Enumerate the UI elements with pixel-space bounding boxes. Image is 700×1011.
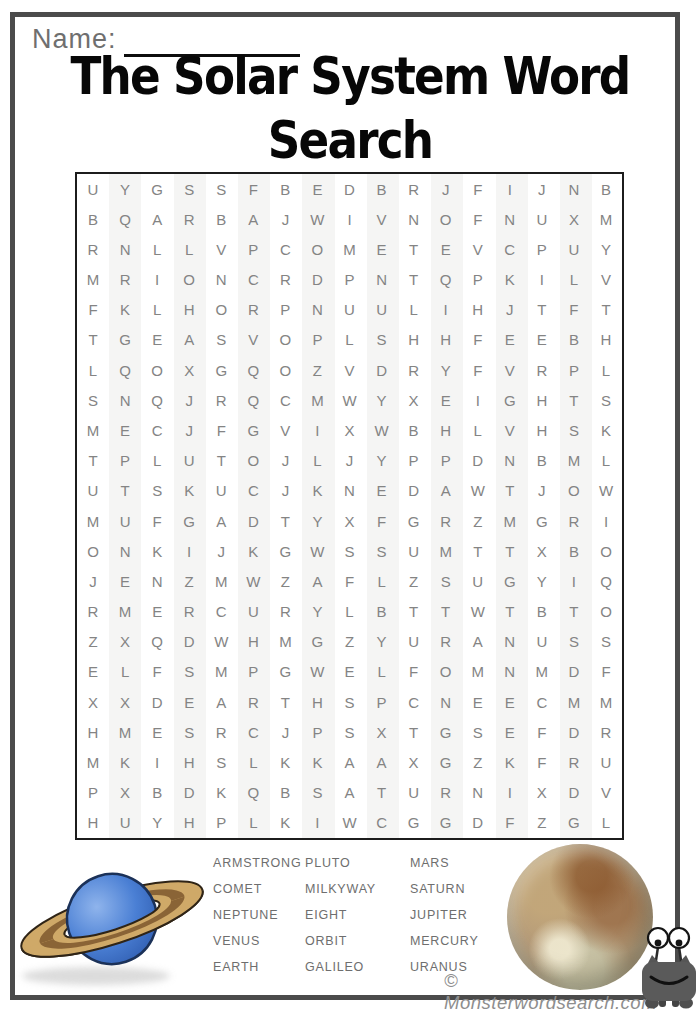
grid-cell[interactable]: O bbox=[301, 234, 333, 264]
grid-cell[interactable]: E bbox=[141, 597, 173, 627]
grid-cell[interactable]: W bbox=[333, 808, 365, 838]
grid-cell[interactable]: X bbox=[398, 747, 430, 777]
grid-cell[interactable]: B bbox=[366, 174, 398, 204]
grid-cell[interactable]: L bbox=[590, 808, 622, 838]
grid-cell[interactable]: X bbox=[558, 204, 590, 234]
grid-cell[interactable]: N bbox=[494, 627, 526, 657]
grid-cell[interactable]: U bbox=[398, 536, 430, 566]
grid-cell[interactable]: L bbox=[333, 597, 365, 627]
grid-cell[interactable]: D bbox=[173, 627, 205, 657]
grid-cell[interactable]: E bbox=[109, 566, 141, 596]
grid-cell[interactable]: P bbox=[301, 717, 333, 747]
grid-cell[interactable]: T bbox=[77, 446, 109, 476]
grid-cell[interactable]: H bbox=[301, 687, 333, 717]
grid-cell[interactable]: E bbox=[301, 174, 333, 204]
grid-cell[interactable]: R bbox=[590, 717, 622, 747]
grid-cell[interactable]: M bbox=[558, 687, 590, 717]
grid-cell[interactable]: R bbox=[205, 717, 237, 747]
grid-cell[interactable]: M bbox=[77, 747, 109, 777]
grid-cell[interactable]: L bbox=[77, 355, 109, 385]
grid-cell[interactable]: K bbox=[205, 778, 237, 808]
grid-cell[interactable]: J bbox=[526, 476, 558, 506]
grid-cell[interactable]: Z bbox=[398, 566, 430, 596]
grid-cell[interactable]: K bbox=[109, 747, 141, 777]
grid-cell[interactable]: Y bbox=[141, 808, 173, 838]
grid-cell[interactable]: H bbox=[77, 717, 109, 747]
grid-cell[interactable]: G bbox=[558, 808, 590, 838]
grid-cell[interactable]: S bbox=[173, 174, 205, 204]
grid-cell[interactable]: T bbox=[494, 597, 526, 627]
grid-cell[interactable]: F bbox=[237, 174, 269, 204]
grid-cell[interactable]: P bbox=[366, 687, 398, 717]
grid-cell[interactable]: O bbox=[430, 204, 462, 234]
grid-cell[interactable]: S bbox=[77, 385, 109, 415]
grid-cell[interactable]: T bbox=[269, 506, 301, 536]
grid-cell[interactable]: C bbox=[237, 265, 269, 295]
grid-cell[interactable]: G bbox=[526, 506, 558, 536]
grid-cell[interactable]: V bbox=[590, 778, 622, 808]
grid-cell[interactable]: F bbox=[494, 808, 526, 838]
grid-cell[interactable]: M bbox=[590, 204, 622, 234]
grid-cell[interactable]: A bbox=[333, 778, 365, 808]
grid-cell[interactable]: F bbox=[141, 506, 173, 536]
grid-cell[interactable]: B bbox=[269, 778, 301, 808]
grid-cell[interactable]: T bbox=[558, 385, 590, 415]
grid-cell[interactable]: R bbox=[430, 778, 462, 808]
grid-cell[interactable]: E bbox=[333, 657, 365, 687]
grid-cell[interactable]: C bbox=[205, 597, 237, 627]
grid-cell[interactable]: L bbox=[173, 234, 205, 264]
grid-cell[interactable]: F bbox=[526, 717, 558, 747]
grid-cell[interactable]: V bbox=[269, 415, 301, 445]
grid-cell[interactable]: X bbox=[526, 536, 558, 566]
grid-cell[interactable]: R bbox=[269, 597, 301, 627]
grid-cell[interactable]: B bbox=[590, 174, 622, 204]
grid-cell[interactable]: M bbox=[462, 657, 494, 687]
grid-cell[interactable]: I bbox=[333, 204, 365, 234]
grid-cell[interactable]: J bbox=[77, 566, 109, 596]
grid-cell[interactable]: L bbox=[141, 295, 173, 325]
grid-cell[interactable]: P bbox=[526, 234, 558, 264]
grid-cell[interactable]: D bbox=[462, 446, 494, 476]
grid-cell[interactable]: H bbox=[430, 415, 462, 445]
grid-cell[interactable]: S bbox=[333, 687, 365, 717]
grid-cell[interactable]: S bbox=[173, 657, 205, 687]
grid-cell[interactable]: S bbox=[590, 627, 622, 657]
grid-cell[interactable]: I bbox=[494, 174, 526, 204]
grid-cell[interactable]: B bbox=[398, 415, 430, 445]
grid-cell[interactable]: U bbox=[462, 566, 494, 596]
grid-cell[interactable]: T bbox=[398, 597, 430, 627]
grid-cell[interactable]: Z bbox=[526, 808, 558, 838]
grid-cell[interactable]: R bbox=[173, 204, 205, 234]
grid-cell[interactable]: J bbox=[173, 385, 205, 415]
grid-cell[interactable]: Z bbox=[301, 355, 333, 385]
grid-cell[interactable]: N bbox=[366, 265, 398, 295]
grid-cell[interactable]: I bbox=[141, 265, 173, 295]
grid-cell[interactable]: T bbox=[398, 265, 430, 295]
grid-cell[interactable]: M bbox=[590, 687, 622, 717]
grid-cell[interactable]: Y bbox=[590, 234, 622, 264]
grid-cell[interactable]: X bbox=[109, 627, 141, 657]
grid-cell[interactable]: S bbox=[462, 717, 494, 747]
grid-cell[interactable]: R bbox=[77, 597, 109, 627]
grid-cell[interactable]: J bbox=[430, 174, 462, 204]
grid-cell[interactable]: S bbox=[333, 717, 365, 747]
grid-cell[interactable]: X bbox=[77, 687, 109, 717]
grid-cell[interactable]: I bbox=[526, 265, 558, 295]
grid-cell[interactable]: U bbox=[109, 808, 141, 838]
grid-cell[interactable]: L bbox=[141, 234, 173, 264]
grid-cell[interactable]: A bbox=[205, 687, 237, 717]
grid-cell[interactable]: P bbox=[205, 808, 237, 838]
grid-cell[interactable]: M bbox=[205, 657, 237, 687]
grid-cell[interactable]: S bbox=[366, 325, 398, 355]
grid-cell[interactable]: I bbox=[301, 808, 333, 838]
grid-cell[interactable]: D bbox=[366, 355, 398, 385]
grid-cell[interactable]: U bbox=[590, 747, 622, 777]
grid-cell[interactable]: K bbox=[269, 808, 301, 838]
grid-cell[interactable]: S bbox=[205, 747, 237, 777]
grid-cell[interactable]: N bbox=[430, 687, 462, 717]
grid-cell[interactable]: O bbox=[269, 355, 301, 385]
grid-cell[interactable]: Q bbox=[237, 385, 269, 415]
grid-cell[interactable]: Z bbox=[333, 627, 365, 657]
grid-cell[interactable]: B bbox=[141, 778, 173, 808]
grid-cell[interactable]: M bbox=[205, 566, 237, 596]
grid-cell[interactable]: F bbox=[462, 355, 494, 385]
grid-cell[interactable]: Q bbox=[109, 355, 141, 385]
grid-cell[interactable]: O bbox=[269, 325, 301, 355]
grid-cell[interactable]: D bbox=[558, 657, 590, 687]
grid-cell[interactable]: J bbox=[269, 446, 301, 476]
grid-cell[interactable]: R bbox=[237, 687, 269, 717]
grid-cell[interactable]: W bbox=[462, 597, 494, 627]
grid-cell[interactable]: G bbox=[141, 174, 173, 204]
grid-cell[interactable]: H bbox=[173, 747, 205, 777]
grid-cell[interactable]: B bbox=[77, 204, 109, 234]
grid-cell[interactable]: X bbox=[526, 778, 558, 808]
grid-cell[interactable]: G bbox=[173, 506, 205, 536]
grid-cell[interactable]: J bbox=[205, 536, 237, 566]
grid-cell[interactable]: Z bbox=[173, 566, 205, 596]
grid-cell[interactable]: L bbox=[237, 747, 269, 777]
grid-cell[interactable]: F bbox=[77, 295, 109, 325]
grid-cell[interactable]: G bbox=[398, 808, 430, 838]
grid-cell[interactable]: T bbox=[430, 597, 462, 627]
grid-cell[interactable]: G bbox=[205, 355, 237, 385]
grid-cell[interactable]: N bbox=[494, 446, 526, 476]
grid-cell[interactable]: W bbox=[205, 627, 237, 657]
grid-cell[interactable]: U bbox=[205, 476, 237, 506]
grid-cell[interactable]: U bbox=[526, 204, 558, 234]
grid-cell[interactable]: T bbox=[77, 325, 109, 355]
grid-cell[interactable]: M bbox=[526, 657, 558, 687]
grid-cell[interactable]: A bbox=[205, 506, 237, 536]
grid-cell[interactable]: F bbox=[462, 174, 494, 204]
grid-cell[interactable]: F bbox=[333, 566, 365, 596]
grid-cell[interactable]: B bbox=[526, 597, 558, 627]
grid-cell[interactable]: S bbox=[205, 174, 237, 204]
grid-cell[interactable]: E bbox=[494, 687, 526, 717]
grid-cell[interactable]: S bbox=[141, 476, 173, 506]
grid-cell[interactable]: S bbox=[430, 566, 462, 596]
grid-cell[interactable]: V bbox=[333, 355, 365, 385]
grid-cell[interactable]: W bbox=[301, 536, 333, 566]
grid-cell[interactable]: N bbox=[109, 385, 141, 415]
grid-cell[interactable]: N bbox=[462, 778, 494, 808]
grid-cell[interactable]: D bbox=[558, 717, 590, 747]
grid-cell[interactable]: E bbox=[526, 325, 558, 355]
grid-cell[interactable]: E bbox=[366, 234, 398, 264]
grid-cell[interactable]: D bbox=[558, 778, 590, 808]
grid-cell[interactable]: L bbox=[333, 325, 365, 355]
grid-cell[interactable]: Y bbox=[366, 385, 398, 415]
grid-cell[interactable]: O bbox=[237, 446, 269, 476]
grid-cell[interactable]: M bbox=[109, 597, 141, 627]
grid-cell[interactable]: U bbox=[333, 295, 365, 325]
grid-cell[interactable]: R bbox=[430, 506, 462, 536]
grid-cell[interactable]: E bbox=[430, 234, 462, 264]
grid-cell[interactable]: P bbox=[333, 265, 365, 295]
grid-cell[interactable]: R bbox=[77, 234, 109, 264]
grid-cell[interactable]: N bbox=[558, 174, 590, 204]
grid-cell[interactable]: M bbox=[109, 717, 141, 747]
grid-cell[interactable]: W bbox=[590, 476, 622, 506]
grid-cell[interactable]: H bbox=[173, 295, 205, 325]
grid-cell[interactable]: T bbox=[398, 717, 430, 747]
grid-cell[interactable]: Q bbox=[109, 204, 141, 234]
grid-cell[interactable]: D bbox=[398, 476, 430, 506]
grid-cell[interactable]: I bbox=[141, 747, 173, 777]
grid-cell[interactable]: G bbox=[237, 415, 269, 445]
grid-cell[interactable]: M bbox=[301, 385, 333, 415]
grid-cell[interactable]: T bbox=[109, 476, 141, 506]
grid-cell[interactable]: A bbox=[141, 204, 173, 234]
grid-cell[interactable]: X bbox=[333, 506, 365, 536]
grid-cell[interactable]: C bbox=[494, 234, 526, 264]
grid-cell[interactable]: O bbox=[141, 355, 173, 385]
grid-cell[interactable]: D bbox=[301, 265, 333, 295]
grid-cell[interactable]: G bbox=[109, 325, 141, 355]
grid-cell[interactable]: K bbox=[301, 747, 333, 777]
grid-cell[interactable]: G bbox=[398, 506, 430, 536]
grid-cell[interactable]: J bbox=[333, 446, 365, 476]
grid-cell[interactable]: J bbox=[494, 295, 526, 325]
grid-cell[interactable]: H bbox=[526, 385, 558, 415]
grid-cell[interactable]: E bbox=[430, 385, 462, 415]
grid-cell[interactable]: T bbox=[590, 295, 622, 325]
grid-cell[interactable]: K bbox=[141, 536, 173, 566]
grid-cell[interactable]: O bbox=[558, 476, 590, 506]
grid-cell[interactable]: O bbox=[173, 265, 205, 295]
grid-cell[interactable]: P bbox=[430, 446, 462, 476]
grid-cell[interactable]: Q bbox=[141, 385, 173, 415]
grid-cell[interactable]: L bbox=[109, 657, 141, 687]
grid-cell[interactable]: E bbox=[366, 476, 398, 506]
grid-cell[interactable]: P bbox=[301, 325, 333, 355]
grid-cell[interactable]: J bbox=[526, 174, 558, 204]
grid-cell[interactable]: I bbox=[558, 566, 590, 596]
grid-cell[interactable]: V bbox=[205, 234, 237, 264]
grid-cell[interactable]: H bbox=[173, 808, 205, 838]
grid-cell[interactable]: B bbox=[205, 204, 237, 234]
grid-cell[interactable]: F bbox=[141, 657, 173, 687]
grid-cell[interactable]: J bbox=[269, 717, 301, 747]
grid-cell[interactable]: O bbox=[590, 597, 622, 627]
grid-cell[interactable]: U bbox=[109, 506, 141, 536]
grid-cell[interactable]: G bbox=[430, 808, 462, 838]
grid-cell[interactable]: H bbox=[462, 295, 494, 325]
grid-cell[interactable]: A bbox=[237, 204, 269, 234]
grid-cell[interactable]: J bbox=[269, 476, 301, 506]
grid-cell[interactable]: B bbox=[526, 446, 558, 476]
grid-cell[interactable]: S bbox=[173, 717, 205, 747]
grid-cell[interactable]: C bbox=[237, 476, 269, 506]
grid-cell[interactable]: T bbox=[205, 446, 237, 476]
grid-cell[interactable]: U bbox=[398, 778, 430, 808]
grid-cell[interactable]: C bbox=[398, 687, 430, 717]
grid-cell[interactable]: J bbox=[173, 415, 205, 445]
grid-cell[interactable]: M bbox=[558, 446, 590, 476]
grid-cell[interactable]: R bbox=[173, 597, 205, 627]
grid-cell[interactable]: K bbox=[173, 476, 205, 506]
grid-cell[interactable]: Y bbox=[366, 627, 398, 657]
grid-cell[interactable]: P bbox=[109, 446, 141, 476]
grid-cell[interactable]: W bbox=[301, 204, 333, 234]
grid-cell[interactable]: A bbox=[301, 566, 333, 596]
grid-cell[interactable]: M bbox=[333, 234, 365, 264]
grid-cell[interactable]: Z bbox=[462, 747, 494, 777]
grid-cell[interactable]: S bbox=[205, 325, 237, 355]
grid-cell[interactable]: Q bbox=[590, 566, 622, 596]
grid-cell[interactable]: U bbox=[173, 446, 205, 476]
grid-cell[interactable]: Z bbox=[269, 566, 301, 596]
grid-cell[interactable]: Y bbox=[430, 355, 462, 385]
grid-cell[interactable]: L bbox=[462, 415, 494, 445]
grid-cell[interactable]: G bbox=[430, 717, 462, 747]
grid-cell[interactable]: M bbox=[77, 415, 109, 445]
grid-cell[interactable]: K bbox=[301, 476, 333, 506]
grid-cell[interactable]: S bbox=[558, 415, 590, 445]
grid-cell[interactable]: O bbox=[205, 295, 237, 325]
grid-cell[interactable]: F bbox=[398, 657, 430, 687]
grid-cell[interactable]: N bbox=[494, 204, 526, 234]
grid-cell[interactable]: T bbox=[366, 778, 398, 808]
grid-cell[interactable]: X bbox=[333, 415, 365, 445]
grid-cell[interactable]: J bbox=[269, 204, 301, 234]
grid-cell[interactable]: H bbox=[237, 627, 269, 657]
grid-cell[interactable]: L bbox=[558, 265, 590, 295]
grid-cell[interactable]: P bbox=[462, 265, 494, 295]
grid-cell[interactable]: H bbox=[77, 808, 109, 838]
grid-cell[interactable]: U bbox=[398, 627, 430, 657]
grid-cell[interactable]: T bbox=[526, 295, 558, 325]
grid-cell[interactable]: R bbox=[269, 265, 301, 295]
grid-cell[interactable]: M bbox=[430, 536, 462, 566]
grid-cell[interactable]: N bbox=[398, 204, 430, 234]
grid-cell[interactable]: W bbox=[301, 657, 333, 687]
grid-cell[interactable]: W bbox=[333, 385, 365, 415]
grid-cell[interactable]: C bbox=[366, 808, 398, 838]
grid-cell[interactable]: D bbox=[141, 687, 173, 717]
grid-cell[interactable]: F bbox=[526, 747, 558, 777]
grid-cell[interactable]: E bbox=[173, 687, 205, 717]
grid-cell[interactable]: H bbox=[590, 325, 622, 355]
grid-cell[interactable]: C bbox=[269, 385, 301, 415]
grid-cell[interactable]: X bbox=[366, 717, 398, 747]
grid-cell[interactable]: E bbox=[462, 687, 494, 717]
grid-cell[interactable]: F bbox=[205, 415, 237, 445]
grid-cell[interactable]: Y bbox=[366, 446, 398, 476]
grid-cell[interactable]: U bbox=[526, 627, 558, 657]
grid-cell[interactable]: G bbox=[269, 536, 301, 566]
grid-cell[interactable]: E bbox=[141, 325, 173, 355]
grid-cell[interactable]: K bbox=[109, 295, 141, 325]
grid-cell[interactable]: X bbox=[109, 778, 141, 808]
grid-cell[interactable]: N bbox=[141, 566, 173, 596]
grid-cell[interactable]: D bbox=[333, 174, 365, 204]
grid-cell[interactable]: U bbox=[558, 234, 590, 264]
grid-cell[interactable]: R bbox=[398, 174, 430, 204]
grid-cell[interactable]: X bbox=[398, 385, 430, 415]
grid-cell[interactable]: T bbox=[494, 536, 526, 566]
grid-cell[interactable]: C bbox=[269, 234, 301, 264]
grid-cell[interactable]: O bbox=[590, 536, 622, 566]
grid-cell[interactable]: L bbox=[366, 566, 398, 596]
grid-cell[interactable]: N bbox=[333, 476, 365, 506]
grid-cell[interactable]: P bbox=[269, 295, 301, 325]
grid-cell[interactable]: A bbox=[333, 747, 365, 777]
grid-cell[interactable]: T bbox=[494, 476, 526, 506]
grid-cell[interactable]: G bbox=[494, 385, 526, 415]
grid-cell[interactable]: Q bbox=[430, 265, 462, 295]
grid-cell[interactable]: L bbox=[366, 657, 398, 687]
grid-cell[interactable]: M bbox=[269, 627, 301, 657]
grid-cell[interactable]: K bbox=[237, 536, 269, 566]
grid-cell[interactable]: F bbox=[366, 506, 398, 536]
grid-cell[interactable]: R bbox=[109, 265, 141, 295]
grid-cell[interactable]: I bbox=[590, 506, 622, 536]
grid-cell[interactable]: G bbox=[269, 657, 301, 687]
grid-cell[interactable]: S bbox=[333, 536, 365, 566]
grid-cell[interactable]: H bbox=[430, 325, 462, 355]
grid-cell[interactable]: O bbox=[430, 657, 462, 687]
grid-cell[interactable]: B bbox=[366, 597, 398, 627]
grid-cell[interactable]: E bbox=[141, 717, 173, 747]
grid-cell[interactable]: Q bbox=[237, 778, 269, 808]
grid-cell[interactable]: A bbox=[366, 747, 398, 777]
grid-cell[interactable]: D bbox=[462, 808, 494, 838]
grid-cell[interactable]: N bbox=[109, 234, 141, 264]
grid-cell[interactable]: L bbox=[590, 355, 622, 385]
grid-cell[interactable]: Y bbox=[301, 597, 333, 627]
grid-cell[interactable]: F bbox=[462, 325, 494, 355]
grid-cell[interactable]: I bbox=[173, 536, 205, 566]
grid-cell[interactable]: A bbox=[430, 476, 462, 506]
grid-cell[interactable]: S bbox=[590, 385, 622, 415]
grid-cell[interactable]: N bbox=[205, 265, 237, 295]
grid-cell[interactable]: E bbox=[494, 325, 526, 355]
grid-cell[interactable]: R bbox=[398, 355, 430, 385]
grid-cell[interactable]: S bbox=[366, 536, 398, 566]
grid-cell[interactable]: E bbox=[109, 415, 141, 445]
grid-cell[interactable]: X bbox=[173, 355, 205, 385]
grid-cell[interactable]: F bbox=[558, 295, 590, 325]
grid-cell[interactable]: N bbox=[494, 657, 526, 687]
grid-cell[interactable]: G bbox=[494, 566, 526, 596]
grid-cell[interactable]: P bbox=[558, 355, 590, 385]
